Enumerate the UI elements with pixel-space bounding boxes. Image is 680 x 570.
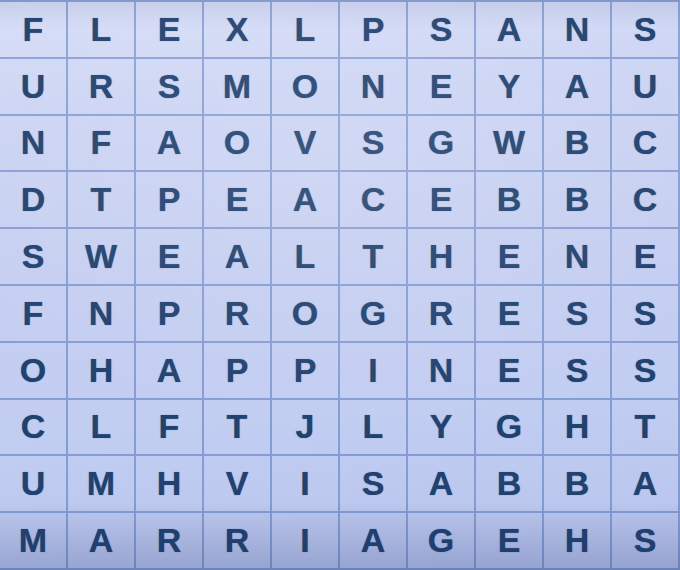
cell-r2c10[interactable]: U bbox=[612, 59, 680, 116]
cell-r7c7[interactable]: N bbox=[408, 343, 476, 400]
cell-r7c9[interactable]: S bbox=[544, 343, 612, 400]
cell-r3c10[interactable]: C bbox=[612, 116, 680, 173]
cell-r2c4[interactable]: M bbox=[204, 59, 272, 116]
cell-r2c1[interactable]: U bbox=[0, 59, 68, 116]
cell-r2c2[interactable]: R bbox=[68, 59, 136, 116]
cell-r6c4[interactable]: R bbox=[204, 286, 272, 343]
cell-r7c3[interactable]: A bbox=[136, 343, 204, 400]
cell-r9c7[interactable]: A bbox=[408, 456, 476, 513]
cell-r6c5[interactable]: O bbox=[272, 286, 340, 343]
cell-r5c1[interactable]: S bbox=[0, 229, 68, 286]
cell-r6c8[interactable]: E bbox=[476, 286, 544, 343]
cell-r5c8[interactable]: E bbox=[476, 229, 544, 286]
word-search-photo: FLEXLPSANSURSMONEYAUNFAOVSGWBCDTPEACEBBC… bbox=[0, 0, 680, 570]
cell-r1c9[interactable]: N bbox=[544, 2, 612, 59]
cell-r6c7[interactable]: R bbox=[408, 286, 476, 343]
cell-r3c4[interactable]: O bbox=[204, 116, 272, 173]
cell-r8c6[interactable]: L bbox=[340, 400, 408, 457]
cell-r9c8[interactable]: B bbox=[476, 456, 544, 513]
cell-r9c6[interactable]: S bbox=[340, 456, 408, 513]
cell-r1c3[interactable]: E bbox=[136, 2, 204, 59]
cell-r8c2[interactable]: L bbox=[68, 400, 136, 457]
cell-r4c10[interactable]: C bbox=[612, 172, 680, 229]
cell-r2c3[interactable]: S bbox=[136, 59, 204, 116]
cell-r10c10[interactable]: S bbox=[612, 513, 680, 570]
cell-r5c7[interactable]: H bbox=[408, 229, 476, 286]
cell-r10c5[interactable]: I bbox=[272, 513, 340, 570]
cell-r1c2[interactable]: L bbox=[68, 2, 136, 59]
cell-r1c5[interactable]: L bbox=[272, 2, 340, 59]
cell-r6c1[interactable]: F bbox=[0, 286, 68, 343]
cell-r7c1[interactable]: O bbox=[0, 343, 68, 400]
cell-r4c1[interactable]: D bbox=[0, 172, 68, 229]
cell-r1c10[interactable]: S bbox=[612, 2, 680, 59]
cell-r1c4[interactable]: X bbox=[204, 2, 272, 59]
cell-r5c3[interactable]: E bbox=[136, 229, 204, 286]
cell-r3c1[interactable]: N bbox=[0, 116, 68, 173]
cell-r10c4[interactable]: R bbox=[204, 513, 272, 570]
cell-r8c1[interactable]: C bbox=[0, 400, 68, 457]
cell-r3c2[interactable]: F bbox=[68, 116, 136, 173]
cell-r8c10[interactable]: T bbox=[612, 400, 680, 457]
cell-r8c9[interactable]: H bbox=[544, 400, 612, 457]
cell-r9c10[interactable]: A bbox=[612, 456, 680, 513]
cell-r9c4[interactable]: V bbox=[204, 456, 272, 513]
cell-r9c9[interactable]: B bbox=[544, 456, 612, 513]
cell-r10c7[interactable]: G bbox=[408, 513, 476, 570]
cell-r4c2[interactable]: T bbox=[68, 172, 136, 229]
cell-r4c9[interactable]: B bbox=[544, 172, 612, 229]
cell-r10c1[interactable]: M bbox=[0, 513, 68, 570]
cell-r5c2[interactable]: W bbox=[68, 229, 136, 286]
cell-r9c3[interactable]: H bbox=[136, 456, 204, 513]
cell-r3c5[interactable]: V bbox=[272, 116, 340, 173]
cell-r8c7[interactable]: Y bbox=[408, 400, 476, 457]
cell-r3c7[interactable]: G bbox=[408, 116, 476, 173]
cell-r2c6[interactable]: N bbox=[340, 59, 408, 116]
cell-r6c6[interactable]: G bbox=[340, 286, 408, 343]
cell-r1c1[interactable]: F bbox=[0, 2, 68, 59]
cell-r3c9[interactable]: B bbox=[544, 116, 612, 173]
cell-r4c3[interactable]: P bbox=[136, 172, 204, 229]
cell-r10c8[interactable]: E bbox=[476, 513, 544, 570]
cell-r4c4[interactable]: E bbox=[204, 172, 272, 229]
cell-r2c8[interactable]: Y bbox=[476, 59, 544, 116]
cell-r4c7[interactable]: E bbox=[408, 172, 476, 229]
cell-r6c2[interactable]: N bbox=[68, 286, 136, 343]
cell-r8c8[interactable]: G bbox=[476, 400, 544, 457]
cell-r1c8[interactable]: A bbox=[476, 2, 544, 59]
cell-r1c6[interactable]: P bbox=[340, 2, 408, 59]
cell-r7c2[interactable]: H bbox=[68, 343, 136, 400]
cell-r4c8[interactable]: B bbox=[476, 172, 544, 229]
cell-r7c5[interactable]: P bbox=[272, 343, 340, 400]
cell-r5c6[interactable]: T bbox=[340, 229, 408, 286]
cell-r10c2[interactable]: A bbox=[68, 513, 136, 570]
cell-r7c6[interactable]: I bbox=[340, 343, 408, 400]
cell-r7c8[interactable]: E bbox=[476, 343, 544, 400]
cell-r6c10[interactable]: S bbox=[612, 286, 680, 343]
cell-r6c3[interactable]: P bbox=[136, 286, 204, 343]
cell-r5c9[interactable]: N bbox=[544, 229, 612, 286]
cell-r8c5[interactable]: J bbox=[272, 400, 340, 457]
cell-r3c3[interactable]: A bbox=[136, 116, 204, 173]
cell-r5c10[interactable]: E bbox=[612, 229, 680, 286]
cell-r10c6[interactable]: A bbox=[340, 513, 408, 570]
cell-r7c4[interactable]: P bbox=[204, 343, 272, 400]
cell-r2c5[interactable]: O bbox=[272, 59, 340, 116]
cell-r8c4[interactable]: T bbox=[204, 400, 272, 457]
cell-r5c5[interactable]: L bbox=[272, 229, 340, 286]
cell-r4c5[interactable]: A bbox=[272, 172, 340, 229]
cell-r5c4[interactable]: A bbox=[204, 229, 272, 286]
cell-r10c3[interactable]: R bbox=[136, 513, 204, 570]
cell-r2c9[interactable]: A bbox=[544, 59, 612, 116]
word-search-board: FLEXLPSANSURSMONEYAUNFAOVSGWBCDTPEACEBBC… bbox=[0, 0, 680, 570]
cell-r3c6[interactable]: S bbox=[340, 116, 408, 173]
cell-r2c7[interactable]: E bbox=[408, 59, 476, 116]
cell-r6c9[interactable]: S bbox=[544, 286, 612, 343]
cell-r1c7[interactable]: S bbox=[408, 2, 476, 59]
cell-r9c2[interactable]: M bbox=[68, 456, 136, 513]
cell-r9c5[interactable]: I bbox=[272, 456, 340, 513]
cell-r4c6[interactable]: C bbox=[340, 172, 408, 229]
cell-r8c3[interactable]: F bbox=[136, 400, 204, 457]
cell-r7c10[interactable]: S bbox=[612, 343, 680, 400]
cell-r9c1[interactable]: U bbox=[0, 456, 68, 513]
cell-r3c8[interactable]: W bbox=[476, 116, 544, 173]
cell-r10c9[interactable]: H bbox=[544, 513, 612, 570]
